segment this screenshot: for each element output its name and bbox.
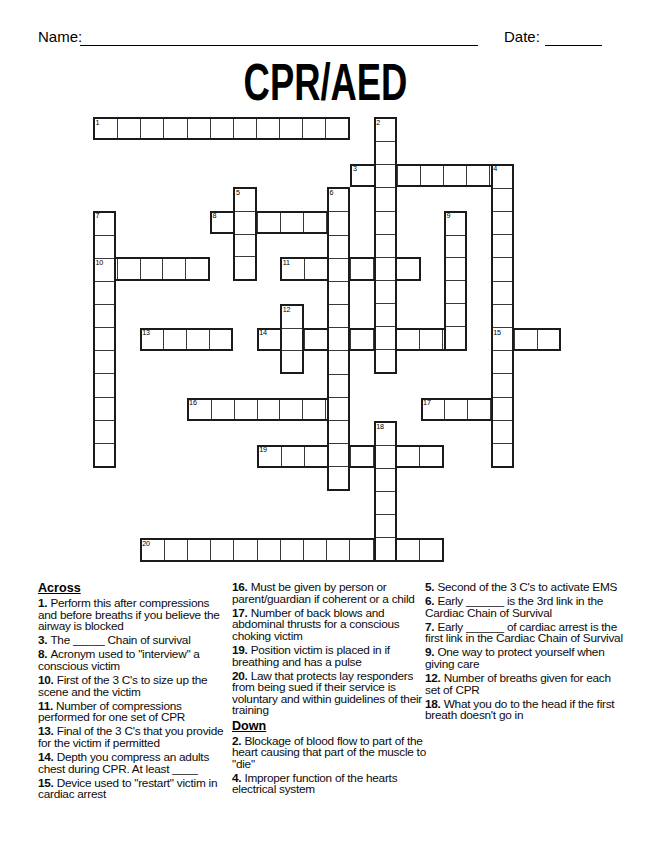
grid-cell[interactable] [329,467,348,489]
word-20-across [140,538,444,561]
grid-cell[interactable] [95,444,114,466]
grid-cell[interactable] [493,421,512,444]
grid-cell[interactable] [280,119,303,138]
grid-cell[interactable] [189,400,212,419]
clue-18: 18. What you do to the head if the first… [425,699,625,722]
grid-cell[interactable] [397,330,420,349]
grid-cell[interactable] [235,400,258,419]
grid-cell[interactable] [493,305,512,328]
grid-cell[interactable] [281,540,304,559]
grid-cell[interactable] [376,212,395,235]
grid-cell[interactable] [329,259,348,282]
grid-cell[interactable] [118,119,141,138]
grid-cell[interactable] [376,423,395,446]
clues-down-header: Down [232,720,429,733]
grid-cell[interactable] [446,281,465,304]
clue-4: 4. Improper function of the hearts elect… [232,773,429,796]
grid-cell[interactable] [329,375,348,398]
grid-cell[interactable] [282,306,301,328]
grid-cell[interactable] [468,400,491,419]
grid-cell[interactable] [493,374,512,397]
grid-cell[interactable] [95,236,114,259]
date-input-line[interactable] [545,44,602,46]
grid-cell[interactable] [351,330,374,349]
grid-cell[interactable] [326,119,348,138]
grid-cell[interactable] [281,213,304,232]
grid-cell[interactable] [211,540,234,559]
name-label: Name: [38,28,82,45]
clue-20: 20. Law that protects lay responders fro… [232,671,429,717]
grid-cell[interactable] [234,540,257,559]
clue-14: 14. Depth you compress an adults chest d… [38,752,231,775]
clue-column-left: Across1. Perform this after compressions… [38,582,231,804]
grid-cell[interactable] [351,259,374,278]
clue-12: 12. Number of breaths given for each set… [425,673,625,696]
grid-cell[interactable] [493,235,512,258]
grid-cell[interactable] [258,540,281,559]
grid-cell[interactable] [142,540,165,559]
grid-cell[interactable] [234,119,257,138]
grid-cell[interactable] [329,282,348,305]
grid-cell[interactable] [493,212,512,235]
word-16-across [187,398,351,421]
grid-cell[interactable] [282,351,301,372]
grid-cell[interactable] [282,447,305,466]
grid-cell[interactable] [329,421,348,444]
grid-cell[interactable] [493,328,512,351]
grid-cell[interactable] [212,213,235,232]
grid-cell[interactable] [329,398,348,421]
grid-cell[interactable] [420,447,442,466]
clue-13: 13. Final of the 3 C's that you provide … [38,726,231,749]
clue-column-middle: 16. Must be given by person or parent/gu… [232,582,429,799]
grid-cell[interactable] [445,400,468,419]
grid-cell[interactable] [303,119,326,138]
clue-3: 3. The _____ Chain of survival [38,635,231,647]
grid-cell[interactable] [211,119,234,138]
grid-cell[interactable] [376,165,395,188]
grid-cell[interactable] [327,540,350,559]
grid-cell[interactable] [493,444,512,466]
grid-cell[interactable] [329,305,348,328]
grid-cell[interactable] [376,469,395,492]
grid-cell[interactable] [235,189,254,212]
grid-cell[interactable] [493,189,512,212]
grid-cell[interactable] [235,257,254,279]
clues-across-header: Across [38,582,231,595]
grid-cell[interactable] [420,330,443,349]
word-4-down [491,164,514,468]
grid-cell[interactable] [376,538,395,560]
clue-19: 19. Position victim is placed in if brea… [232,645,429,668]
grid-cell[interactable] [259,447,282,466]
grid-cell[interactable] [186,259,208,278]
grid-cell[interactable] [329,236,348,259]
grid-cell[interactable] [304,213,327,232]
grid-cell[interactable] [493,258,512,281]
word-9-down [444,211,467,351]
grid-cell[interactable] [95,421,114,444]
clue-6: 6. Early ______ is the 3rd link in the C… [425,596,625,619]
grid-cell[interactable] [397,447,420,466]
grid-cell[interactable] [444,166,467,185]
grid-cell[interactable] [515,330,537,349]
grid-cell[interactable] [493,351,512,374]
grid-cell[interactable] [305,447,328,466]
grid-cell[interactable] [188,119,211,138]
grid-cell[interactable] [376,119,395,142]
grid-cell[interactable] [235,212,254,235]
grid-cell[interactable] [423,400,446,419]
word-5-down [233,187,256,281]
grid-cell[interactable] [538,330,559,349]
clue-17: 17. Number of back blows and abdominal t… [232,608,429,643]
grid-cell[interactable] [376,350,395,372]
word-12-down [280,304,303,374]
grid-cell[interactable] [421,166,444,185]
word-6-down [327,187,350,491]
grid-cell[interactable] [329,444,348,467]
grid-cell[interactable] [350,540,373,559]
grid-cell[interactable] [446,258,465,281]
grid-cell[interactable] [259,330,282,349]
word-2-down [374,117,397,374]
grid-cell[interactable] [188,540,211,559]
clue-10: 10. First of the 3 C's to size up the sc… [38,675,231,698]
grid-cell[interactable] [446,304,465,327]
grid-cell[interactable] [493,282,512,305]
grid-cell[interactable] [165,540,188,559]
grid-cell[interactable] [95,119,118,138]
grid-cell[interactable] [376,188,395,211]
grid-cell[interactable] [329,328,348,351]
clue-9: 9. One way to protect yourself when givi… [425,647,625,670]
grid-cell[interactable] [141,259,164,278]
grid-cell[interactable] [163,259,186,278]
grid-cell[interactable] [164,119,187,138]
grid-cell[interactable] [95,374,114,397]
grid-cell[interactable] [329,189,348,212]
word-13-across [140,328,234,351]
grid-cell[interactable] [257,119,280,138]
grid-cell[interactable] [305,330,328,349]
clue-column-right: 5. Second of the 3 C's to activate EMS6.… [425,582,625,725]
crossword-grid: 1234567891011121314151617181920 [93,117,561,562]
grid-cell[interactable] [352,166,375,185]
grid-cell[interactable] [376,258,395,281]
clue-16: 16. Must be given by person or parent/gu… [232,582,429,605]
grid-cell[interactable] [397,540,420,559]
grid-cell[interactable] [446,213,465,236]
grid-cell[interactable] [142,330,165,349]
grid-cell[interactable] [376,492,395,515]
grid-cell[interactable] [141,119,164,138]
grid-cell[interactable] [376,235,395,258]
clue-15: 15. Device used to "restart" victim in c… [38,778,231,801]
grid-cell[interactable] [118,259,141,278]
clue-11: 11. Number of compressions performed for… [38,701,231,724]
word-1-across [93,117,350,140]
grid-cell[interactable] [164,330,187,349]
grid-cell[interactable] [258,400,281,419]
grid-cell[interactable] [95,213,114,236]
grid-cell[interactable] [303,400,326,419]
grid-cell[interactable] [446,327,465,349]
grid-cell[interactable] [376,304,395,327]
grid-cell[interactable] [376,446,395,469]
grid-cell[interactable] [282,329,301,351]
word-18-down [374,421,397,561]
grid-cell[interactable] [187,330,210,349]
grid-cell[interactable] [95,351,114,374]
grid-cell[interactable] [446,236,465,259]
grid-cell[interactable] [282,259,305,278]
clue-7: 7. Early ______ of cardiac arrest is the… [425,622,625,645]
grid-cell[interactable] [95,259,114,282]
grid-cell[interactable] [329,212,348,235]
puzzle-title: CPR/AED [98,56,554,108]
worksheet-page: Name: Date: CPR/AED 12345678910111213141… [0,0,651,842]
grid-cell[interactable] [376,515,395,538]
grid-cell[interactable] [304,540,327,559]
grid-cell[interactable] [258,213,281,232]
grid-cell[interactable] [376,281,395,304]
grid-cell[interactable] [376,142,395,165]
clue-2: 2. Blockage of blood flow to part of the… [232,736,429,771]
clue-5: 5. Second of the 3 C's to activate EMS [425,582,625,594]
grid-cell[interactable] [376,327,395,350]
clue-1: 1. Perform this after compressions and b… [38,598,231,633]
grid-cell[interactable] [493,166,512,189]
grid-cell[interactable] [351,447,374,466]
grid-cell[interactable] [398,166,421,185]
grid-cell[interactable] [95,398,114,421]
grid-cell[interactable] [95,328,114,351]
grid-cell[interactable] [95,282,114,305]
word-19-across [257,445,444,468]
grid-cell[interactable] [420,540,442,559]
grid-cell[interactable] [493,398,512,421]
word-7-down [93,211,116,468]
name-input-line[interactable] [80,44,478,46]
grid-cell[interactable] [329,351,348,374]
grid-cell[interactable] [467,166,490,185]
grid-cell[interactable] [397,259,419,278]
grid-cell[interactable] [212,400,235,419]
clue-8: 8. Acronym used to "interview" a conscio… [38,649,231,672]
date-label: Date: [504,28,540,45]
grid-cell[interactable] [280,400,303,419]
grid-cell[interactable] [95,305,114,328]
grid-cell[interactable] [210,330,232,349]
grid-cell[interactable] [305,259,328,278]
grid-cell[interactable] [235,235,254,258]
